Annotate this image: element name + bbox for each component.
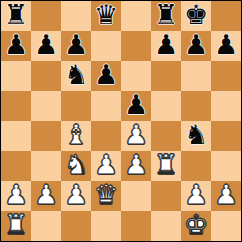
- square-g1[interactable]: ♚: [181, 211, 211, 241]
- black-pawn-piece: ♟: [214, 31, 238, 60]
- white-king-piece: ♚: [184, 211, 208, 240]
- white-pawn-piece: ♟: [124, 121, 148, 150]
- square-b6[interactable]: [31, 61, 61, 91]
- square-e8[interactable]: [121, 1, 151, 31]
- square-c2[interactable]: ♟: [61, 181, 91, 211]
- square-f3[interactable]: ♜: [151, 151, 181, 181]
- square-g7[interactable]: ♟: [181, 31, 211, 61]
- square-b1[interactable]: [31, 211, 61, 241]
- square-g4[interactable]: ♞: [181, 121, 211, 151]
- square-c8[interactable]: [61, 1, 91, 31]
- black-pawn-piece: ♟: [124, 91, 148, 120]
- square-h3[interactable]: [211, 151, 241, 181]
- black-pawn-piece: ♟: [184, 31, 208, 60]
- square-b7[interactable]: ♟: [31, 31, 61, 61]
- square-e6[interactable]: [121, 61, 151, 91]
- square-a3[interactable]: [1, 151, 31, 181]
- square-c6[interactable]: ♞: [61, 61, 91, 91]
- square-e2[interactable]: [121, 181, 151, 211]
- black-pawn-piece: ♟: [34, 31, 58, 60]
- black-knight-piece: ♞: [64, 61, 88, 90]
- square-a2[interactable]: ♟: [1, 181, 31, 211]
- square-g5[interactable]: [181, 91, 211, 121]
- square-b2[interactable]: ♟: [31, 181, 61, 211]
- white-bishop-piece: ♝: [64, 121, 88, 150]
- square-e5[interactable]: ♟: [121, 91, 151, 121]
- square-c5[interactable]: [61, 91, 91, 121]
- square-e7[interactable]: [121, 31, 151, 61]
- square-e3[interactable]: ♟: [121, 151, 151, 181]
- black-queen-piece: ♛: [94, 1, 118, 30]
- square-h7[interactable]: ♟: [211, 31, 241, 61]
- black-rook-piece: ♜: [154, 1, 178, 30]
- white-rook-piece: ♜: [154, 151, 178, 180]
- square-d7[interactable]: [91, 31, 121, 61]
- black-rook-piece: ♜: [4, 1, 28, 30]
- square-b5[interactable]: [31, 91, 61, 121]
- white-pawn-piece: ♟: [64, 181, 88, 210]
- square-b3[interactable]: [31, 151, 61, 181]
- square-d5[interactable]: [91, 91, 121, 121]
- square-h8[interactable]: [211, 1, 241, 31]
- square-b8[interactable]: [31, 1, 61, 31]
- square-g6[interactable]: [181, 61, 211, 91]
- black-pawn-piece: ♟: [4, 31, 28, 60]
- square-d1[interactable]: [91, 211, 121, 241]
- square-c3[interactable]: ♞: [61, 151, 91, 181]
- white-knight-piece: ♞: [64, 151, 88, 180]
- square-f4[interactable]: [151, 121, 181, 151]
- white-pawn-piece: ♟: [94, 151, 118, 180]
- white-rook-piece: ♜: [4, 211, 28, 240]
- square-g3[interactable]: [181, 151, 211, 181]
- square-e1[interactable]: [121, 211, 151, 241]
- square-b4[interactable]: [31, 121, 61, 151]
- square-f5[interactable]: [151, 91, 181, 121]
- square-d3[interactable]: ♟: [91, 151, 121, 181]
- black-pawn-piece: ♟: [64, 31, 88, 60]
- square-f2[interactable]: [151, 181, 181, 211]
- black-knight-piece: ♞: [184, 121, 208, 150]
- square-h1[interactable]: [211, 211, 241, 241]
- square-h6[interactable]: [211, 61, 241, 91]
- square-f6[interactable]: [151, 61, 181, 91]
- chess-board-frame: ♜♛♜♚♟♟♟♟♟♟♞♟♟♝♟♞♞♟♟♜♟♟♟♛♟♟♜♚: [0, 0, 242, 242]
- square-h4[interactable]: [211, 121, 241, 151]
- square-a5[interactable]: [1, 91, 31, 121]
- white-pawn-piece: ♟: [184, 181, 208, 210]
- square-d2[interactable]: ♛: [91, 181, 121, 211]
- square-c7[interactable]: ♟: [61, 31, 91, 61]
- square-f1[interactable]: [151, 211, 181, 241]
- square-c4[interactable]: ♝: [61, 121, 91, 151]
- square-h5[interactable]: [211, 91, 241, 121]
- square-f7[interactable]: ♟: [151, 31, 181, 61]
- square-h2[interactable]: ♟: [211, 181, 241, 211]
- square-d6[interactable]: ♟: [91, 61, 121, 91]
- square-a8[interactable]: ♜: [1, 1, 31, 31]
- square-d8[interactable]: ♛: [91, 1, 121, 31]
- white-pawn-piece: ♟: [214, 181, 238, 210]
- square-a6[interactable]: [1, 61, 31, 91]
- square-g2[interactable]: ♟: [181, 181, 211, 211]
- square-e4[interactable]: ♟: [121, 121, 151, 151]
- white-pawn-piece: ♟: [4, 181, 28, 210]
- white-pawn-piece: ♟: [34, 181, 58, 210]
- white-queen-piece: ♛: [94, 181, 118, 210]
- square-g8[interactable]: ♚: [181, 1, 211, 31]
- black-pawn-piece: ♟: [154, 31, 178, 60]
- white-pawn-piece: ♟: [124, 151, 148, 180]
- square-a4[interactable]: [1, 121, 31, 151]
- square-a7[interactable]: ♟: [1, 31, 31, 61]
- chess-board: ♜♛♜♚♟♟♟♟♟♟♞♟♟♝♟♞♞♟♟♜♟♟♟♛♟♟♜♚: [1, 1, 241, 241]
- square-d4[interactable]: [91, 121, 121, 151]
- square-a1[interactable]: ♜: [1, 211, 31, 241]
- square-f8[interactable]: ♜: [151, 1, 181, 31]
- black-king-piece: ♚: [184, 1, 208, 30]
- square-c1[interactable]: [61, 211, 91, 241]
- black-pawn-piece: ♟: [94, 61, 118, 90]
